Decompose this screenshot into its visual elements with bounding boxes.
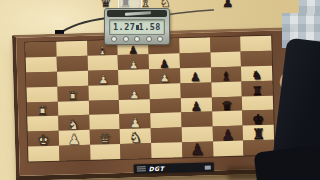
square-f2: ♞ [58, 115, 89, 131]
square-d7 [211, 81, 242, 97]
square-a8 [240, 36, 271, 52]
square-g2: ♟ [58, 130, 89, 146]
square-e4 [119, 99, 150, 115]
square-b3 [87, 55, 118, 71]
square-c5: ♟ [149, 68, 180, 84]
dgt-plaque: DGT [134, 162, 214, 173]
plaque-label-lines [137, 166, 146, 171]
square-c8: ♞ [241, 65, 272, 81]
square-d8: ♜ [242, 80, 273, 96]
plaque-chip [205, 165, 211, 169]
clock-buttons [111, 36, 163, 42]
square-c1 [26, 71, 57, 87]
square-g5 [151, 128, 182, 144]
square-a7 [210, 37, 241, 53]
square-h1 [28, 146, 59, 162]
square-e6: ♟ [181, 97, 212, 113]
board-squares: ♝♟♟♟♟♟♟♝♞♜♟♜♜♟♛♞♟♚♚♟♛♞♟♜♟ [25, 36, 274, 162]
square-c4 [118, 69, 149, 85]
square-f3 [89, 114, 120, 130]
pixelated-blur-corner [299, 0, 320, 14]
photo-scene: ♛ ♜ ♗ ♘ ♟ 1.27 1.58 ♝♟♟♟♟♟♟♝♞♜♟♜♜♟♛♞♟♚♚♟… [0, 0, 320, 180]
square-g6 [181, 127, 212, 143]
square-f5 [150, 113, 181, 129]
clock-top-bar [107, 10, 167, 17]
square-a2 [56, 41, 87, 57]
black-time: 1.58 [139, 22, 161, 32]
square-b1 [26, 57, 57, 73]
square-e3 [88, 100, 119, 116]
square-h3 [90, 144, 121, 160]
square-d2: ♜ [57, 85, 88, 101]
square-h4 [120, 143, 151, 159]
square-g1: ♚ [28, 131, 59, 147]
square-e7: ♛ [211, 96, 242, 112]
white-time: 1.27 [113, 22, 135, 32]
square-c7: ♝ [210, 66, 241, 82]
square-a6 [179, 37, 210, 53]
square-b2 [56, 56, 87, 72]
square-d6 [180, 82, 211, 98]
square-f6 [181, 112, 212, 128]
square-e5 [150, 98, 181, 114]
square-h7 [213, 141, 244, 157]
square-h6: ♟ [182, 142, 213, 158]
square-b7 [210, 51, 241, 67]
square-g4: ♞ [120, 128, 151, 144]
square-f1 [27, 116, 58, 132]
square-c3: ♟ [88, 70, 119, 86]
clock-rocker-lever [125, 11, 151, 15]
square-h5 [151, 142, 182, 158]
square-f7 [212, 111, 243, 127]
square-e1: ♜ [27, 101, 58, 117]
square-e2 [58, 100, 89, 116]
square-f8: ♚ [242, 110, 273, 126]
square-b6 [179, 52, 210, 68]
square-d4: ♟ [119, 84, 150, 100]
square-b4: ♟ [118, 54, 149, 70]
square-f4: ♟ [120, 114, 151, 130]
chess-clock: 1.27 1.58 [104, 8, 170, 45]
square-d3 [88, 85, 119, 101]
square-b5: ♟ [149, 53, 180, 69]
square-c2 [57, 71, 88, 87]
square-b8 [241, 51, 272, 67]
square-e8 [242, 95, 273, 111]
piece-black-pawn: ♟ [182, 142, 213, 158]
square-g3: ♛ [89, 129, 120, 145]
square-h2 [59, 145, 90, 161]
clock-display: 1.27 1.58 [109, 19, 165, 35]
square-a1 [25, 42, 56, 58]
square-g7: ♟ [212, 126, 243, 142]
square-d1 [26, 86, 57, 102]
square-g8: ♜ [243, 125, 274, 141]
dgt-logo: DGT [149, 165, 165, 171]
square-c6: ♟ [180, 67, 211, 83]
square-d5 [149, 83, 180, 99]
